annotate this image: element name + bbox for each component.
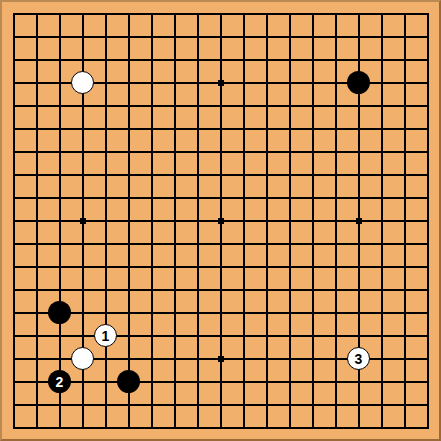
board-intersection — [186, 416, 209, 439]
board-intersection — [25, 370, 48, 393]
board-intersection — [416, 301, 439, 324]
board-intersection — [186, 255, 209, 278]
board-intersection — [324, 370, 347, 393]
board-intersection — [278, 140, 301, 163]
board-intersection — [140, 71, 163, 94]
board-intersection — [347, 48, 370, 71]
board-intersection — [25, 278, 48, 301]
board-intersection — [416, 232, 439, 255]
board-intersection — [140, 209, 163, 232]
board-intersection — [301, 393, 324, 416]
board-intersection — [209, 324, 232, 347]
board-intersection — [255, 347, 278, 370]
board-intersection — [278, 255, 301, 278]
board-intersection — [140, 25, 163, 48]
board-intersection — [347, 186, 370, 209]
board-intersection — [232, 2, 255, 25]
board-intersection — [71, 416, 94, 439]
board-intersection — [25, 209, 48, 232]
board-intersection — [370, 186, 393, 209]
board-intersection — [25, 324, 48, 347]
board-intersection — [48, 94, 71, 117]
board-intersection — [278, 94, 301, 117]
board-intersection — [347, 232, 370, 255]
board-intersection — [416, 71, 439, 94]
board-intersection — [209, 278, 232, 301]
white-stone — [71, 71, 94, 94]
board-intersection — [186, 209, 209, 232]
board-intersection — [163, 393, 186, 416]
board-intersection — [2, 393, 25, 416]
board-intersection — [163, 140, 186, 163]
board-intersection — [186, 301, 209, 324]
board-intersection — [370, 416, 393, 439]
board-intersection — [209, 416, 232, 439]
board-intersection — [370, 117, 393, 140]
board-intersection — [255, 255, 278, 278]
board-intersection — [2, 117, 25, 140]
board-intersection — [255, 48, 278, 71]
board-intersection — [163, 71, 186, 94]
star-point — [218, 218, 224, 224]
board-intersection — [209, 347, 232, 370]
board-intersection — [278, 370, 301, 393]
board-intersection — [232, 117, 255, 140]
board-intersection — [301, 416, 324, 439]
board-intersection — [278, 347, 301, 370]
board-intersection — [140, 393, 163, 416]
board-intersection — [255, 278, 278, 301]
board-intersection — [370, 301, 393, 324]
board-intersection — [324, 163, 347, 186]
board-intersection — [278, 48, 301, 71]
board-intersection — [255, 209, 278, 232]
board-intersection — [140, 94, 163, 117]
board-intersection — [94, 232, 117, 255]
board-intersection — [117, 393, 140, 416]
board-intersection — [186, 393, 209, 416]
board-intersection — [2, 301, 25, 324]
board-intersection — [2, 209, 25, 232]
board-intersection — [117, 324, 140, 347]
board-intersection — [393, 48, 416, 71]
board-intersection — [393, 393, 416, 416]
board-intersection — [163, 416, 186, 439]
board-intersection — [2, 416, 25, 439]
board-intersection — [140, 324, 163, 347]
board-intersection — [232, 370, 255, 393]
white-stone-move-3: 3 — [347, 347, 370, 370]
board-intersection — [232, 25, 255, 48]
board-intersection — [209, 25, 232, 48]
board-intersection — [209, 2, 232, 25]
board-intersection — [324, 94, 347, 117]
board-intersection — [301, 117, 324, 140]
board-intersection — [232, 393, 255, 416]
board-intersection — [117, 94, 140, 117]
board-intersection — [71, 232, 94, 255]
board-intersection — [117, 186, 140, 209]
board-intersection — [117, 209, 140, 232]
board-intersection — [186, 324, 209, 347]
board-intersection — [232, 48, 255, 71]
board-intersection — [94, 301, 117, 324]
board-intersection — [48, 25, 71, 48]
board-intersection — [48, 117, 71, 140]
board-intersection — [301, 347, 324, 370]
board-intersection — [140, 278, 163, 301]
board-intersection — [117, 48, 140, 71]
board-intersection — [25, 301, 48, 324]
board-intersection — [232, 255, 255, 278]
board-intersection — [117, 163, 140, 186]
board-intersection — [324, 117, 347, 140]
board-intersection — [416, 393, 439, 416]
board-intersection — [301, 278, 324, 301]
board-intersection — [324, 255, 347, 278]
board-intersection — [255, 370, 278, 393]
board-intersection — [71, 278, 94, 301]
board-intersection — [324, 2, 347, 25]
board-intersection — [186, 25, 209, 48]
board-intersection — [94, 25, 117, 48]
board-intersection — [370, 140, 393, 163]
board-intersection — [370, 2, 393, 25]
board-intersection — [94, 2, 117, 25]
board-intersection — [140, 347, 163, 370]
board-intersection: 1 — [94, 324, 117, 347]
board-intersection — [140, 2, 163, 25]
board-intersection — [347, 255, 370, 278]
board-intersection — [393, 232, 416, 255]
board-intersection — [416, 140, 439, 163]
board-intersection — [324, 48, 347, 71]
board-intersection — [117, 347, 140, 370]
board-intersection — [278, 324, 301, 347]
board-intersection — [94, 278, 117, 301]
board-intersection — [186, 2, 209, 25]
board-intersection — [48, 347, 71, 370]
board-intersection — [416, 25, 439, 48]
board-intersection — [48, 48, 71, 71]
board-intersection — [324, 25, 347, 48]
board-intersection — [2, 48, 25, 71]
board-intersection — [71, 140, 94, 163]
board-intersection — [209, 163, 232, 186]
board-intersection — [117, 25, 140, 48]
board-intersection — [71, 117, 94, 140]
board-intersection — [117, 117, 140, 140]
board-intersection — [94, 48, 117, 71]
board-intersection — [117, 232, 140, 255]
board-intersection — [347, 209, 370, 232]
board-intersection — [370, 163, 393, 186]
board-intersection — [370, 278, 393, 301]
board-intersection — [186, 48, 209, 71]
board-intersection — [163, 232, 186, 255]
board-intersection — [347, 416, 370, 439]
board-intersection — [232, 140, 255, 163]
board-intersection — [278, 2, 301, 25]
board-intersection — [163, 163, 186, 186]
board-intersection — [2, 324, 25, 347]
star-point — [356, 218, 362, 224]
board-intersection — [25, 232, 48, 255]
board-intersection — [232, 347, 255, 370]
board-intersection — [347, 94, 370, 117]
board-intersection — [209, 71, 232, 94]
board-intersection — [163, 347, 186, 370]
board-intersection — [2, 163, 25, 186]
star-point — [80, 218, 86, 224]
board-intersection — [370, 232, 393, 255]
board-intersection — [416, 186, 439, 209]
board-intersection — [301, 324, 324, 347]
board-intersection — [2, 140, 25, 163]
board-intersection — [163, 278, 186, 301]
board-intersection — [301, 71, 324, 94]
board-intersection — [301, 25, 324, 48]
board-intersection — [301, 2, 324, 25]
board-intersection — [71, 324, 94, 347]
board-intersection — [278, 163, 301, 186]
star-point — [218, 80, 224, 86]
board-intersection — [347, 2, 370, 25]
board-intersection — [370, 255, 393, 278]
board-intersection — [186, 140, 209, 163]
board-intersection — [163, 48, 186, 71]
board-intersection — [393, 163, 416, 186]
board-intersection — [117, 278, 140, 301]
board-intersection — [370, 393, 393, 416]
board-intersection — [416, 117, 439, 140]
board-intersection — [324, 324, 347, 347]
board-intersection — [301, 94, 324, 117]
black-stone-move-2: 2 — [48, 370, 71, 393]
board-intersection — [209, 209, 232, 232]
board-intersection — [255, 186, 278, 209]
board-intersection — [255, 25, 278, 48]
board-intersection — [2, 278, 25, 301]
board-intersection — [163, 94, 186, 117]
board-intersection — [232, 416, 255, 439]
board-intersection — [301, 232, 324, 255]
board-intersection — [324, 393, 347, 416]
board-intersection — [209, 94, 232, 117]
board-intersection — [48, 278, 71, 301]
board-intersection — [48, 71, 71, 94]
board-intersection — [370, 324, 393, 347]
board-intersection — [25, 186, 48, 209]
board-intersection — [2, 186, 25, 209]
board-intersection — [416, 48, 439, 71]
white-stone-move-1: 1 — [94, 324, 117, 347]
board-intersection — [48, 209, 71, 232]
board-intersection — [48, 301, 71, 324]
board-intersection — [71, 301, 94, 324]
board-intersection — [140, 255, 163, 278]
board-intersection — [209, 370, 232, 393]
board-intersection — [71, 163, 94, 186]
board-intersection — [370, 370, 393, 393]
board-intersection — [48, 186, 71, 209]
board-intersection — [71, 370, 94, 393]
board-intersection — [301, 48, 324, 71]
board-intersection — [393, 2, 416, 25]
board-intersection — [140, 370, 163, 393]
board-intersection — [278, 209, 301, 232]
board-intersection: 3 — [347, 347, 370, 370]
board-intersection — [94, 347, 117, 370]
board-intersection — [117, 140, 140, 163]
board-intersection — [301, 370, 324, 393]
board-intersection — [416, 255, 439, 278]
board-intersection — [48, 393, 71, 416]
board-intersection — [140, 140, 163, 163]
board-intersection — [163, 209, 186, 232]
board-intersection — [71, 255, 94, 278]
board-intersection — [416, 347, 439, 370]
board-intersection — [2, 232, 25, 255]
board-intersection — [347, 324, 370, 347]
board-intersection — [48, 2, 71, 25]
board-intersection — [393, 370, 416, 393]
board-intersection — [255, 301, 278, 324]
board-intersection — [209, 140, 232, 163]
board-intersection — [370, 209, 393, 232]
board-intersection — [163, 2, 186, 25]
board-intersection — [278, 301, 301, 324]
board-intersection — [71, 186, 94, 209]
board-intersection — [278, 278, 301, 301]
board-intersection — [347, 278, 370, 301]
board-intersection — [416, 416, 439, 439]
board-intersection — [278, 186, 301, 209]
board-intersection — [209, 232, 232, 255]
board-intersection — [324, 186, 347, 209]
board-intersection — [255, 2, 278, 25]
board-intersection — [48, 324, 71, 347]
board-intersection — [232, 278, 255, 301]
board-intersection — [2, 347, 25, 370]
board-intersection — [347, 370, 370, 393]
board-intersection — [140, 416, 163, 439]
board-intersection — [324, 347, 347, 370]
board-intersection — [25, 140, 48, 163]
board-intersection — [25, 117, 48, 140]
board-intersection — [301, 209, 324, 232]
board-intersection — [186, 117, 209, 140]
board-intersection — [255, 324, 278, 347]
board-intersection — [25, 347, 48, 370]
board-intersection — [140, 186, 163, 209]
board-intersection — [186, 71, 209, 94]
board-intersection — [2, 25, 25, 48]
board-intersection — [393, 324, 416, 347]
board-intersection — [186, 232, 209, 255]
board-intersection — [94, 209, 117, 232]
board-intersection — [48, 232, 71, 255]
board-intersection — [163, 301, 186, 324]
board-intersection — [255, 163, 278, 186]
board-intersection — [163, 186, 186, 209]
board-intersection — [393, 416, 416, 439]
board-intersection — [347, 25, 370, 48]
board-intersection — [71, 209, 94, 232]
board-intersection — [71, 25, 94, 48]
board-intersection — [278, 416, 301, 439]
board-intersection — [163, 117, 186, 140]
board-intersection — [347, 393, 370, 416]
board-intersection — [2, 94, 25, 117]
board-intersection — [255, 117, 278, 140]
board-intersection — [416, 209, 439, 232]
board-intersection — [25, 2, 48, 25]
board-intersection — [209, 301, 232, 324]
board-intersection — [232, 232, 255, 255]
board-intersection — [25, 94, 48, 117]
board-intersection — [416, 2, 439, 25]
board-intersection — [232, 94, 255, 117]
white-stone — [71, 347, 94, 370]
board-intersection — [209, 255, 232, 278]
board-intersection — [94, 186, 117, 209]
board-intersection — [117, 71, 140, 94]
board-intersection — [393, 209, 416, 232]
board-intersection — [393, 255, 416, 278]
board-intersection — [324, 140, 347, 163]
board-intersection — [370, 71, 393, 94]
board-intersection — [370, 347, 393, 370]
board-intersection — [232, 301, 255, 324]
board-intersection — [94, 163, 117, 186]
board-intersection — [301, 163, 324, 186]
board-intersection — [94, 71, 117, 94]
black-stone — [117, 370, 140, 393]
board-intersection — [163, 324, 186, 347]
board-intersection — [301, 301, 324, 324]
board-intersection — [25, 393, 48, 416]
board-intersection — [324, 209, 347, 232]
board-intersection — [186, 278, 209, 301]
board-intersection — [278, 393, 301, 416]
star-point — [218, 356, 224, 362]
board-intersection — [94, 140, 117, 163]
board-intersection — [301, 140, 324, 163]
board-intersection — [393, 117, 416, 140]
black-stone — [347, 71, 370, 94]
board-intersection — [324, 301, 347, 324]
board-intersection — [301, 255, 324, 278]
board-intersection — [25, 71, 48, 94]
board-intersection — [370, 48, 393, 71]
board-intersection — [416, 370, 439, 393]
board-intersection — [117, 416, 140, 439]
board-intersection — [278, 25, 301, 48]
board-intersection — [278, 71, 301, 94]
board-intersection — [416, 324, 439, 347]
board-intersection — [71, 48, 94, 71]
board-intersection — [25, 163, 48, 186]
board-intersection — [278, 232, 301, 255]
board-intersection — [71, 94, 94, 117]
board-intersection — [140, 232, 163, 255]
board-intersection — [140, 163, 163, 186]
board-intersection — [347, 71, 370, 94]
board-intersection — [393, 278, 416, 301]
board-intersection — [48, 163, 71, 186]
board-intersection — [416, 163, 439, 186]
